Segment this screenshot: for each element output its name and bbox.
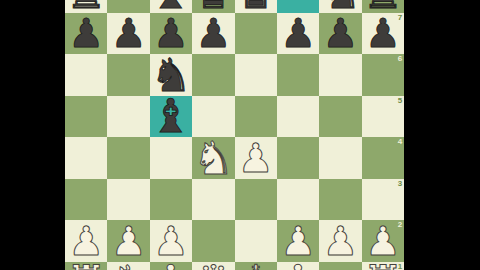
square-g7[interactable]: ♟ <box>319 13 361 55</box>
letterbox-right <box>404 0 480 270</box>
square-e5[interactable] <box>235 96 277 138</box>
black-pawn[interactable]: ♟ <box>68 13 104 53</box>
square-h1[interactable]: ♜1 <box>362 262 404 270</box>
square-a6[interactable] <box>65 54 107 96</box>
letterbox-left <box>0 0 65 270</box>
rank-label-3: 3 <box>398 180 402 188</box>
square-f3[interactable] <box>277 179 319 221</box>
square-a3[interactable] <box>65 179 107 221</box>
black-bishop[interactable]: ♝ <box>150 93 191 139</box>
square-h5[interactable]: 5 <box>362 96 404 138</box>
black-pawn[interactable]: ♟ <box>365 13 401 53</box>
square-h3[interactable]: 3 <box>362 179 404 221</box>
square-d6[interactable] <box>192 54 234 96</box>
white-pawn[interactable]: ♟ <box>238 138 274 178</box>
square-f6[interactable] <box>277 54 319 96</box>
square-a4[interactable] <box>65 137 107 179</box>
square-g4[interactable] <box>319 137 361 179</box>
black-pawn[interactable]: ♟ <box>280 13 316 53</box>
white-pawn[interactable]: ♟ <box>323 221 359 261</box>
square-f1[interactable]: ♝ <box>277 262 319 270</box>
square-c3[interactable] <box>150 179 192 221</box>
square-b3[interactable] <box>107 179 149 221</box>
white-bishop[interactable]: ♝ <box>278 259 319 270</box>
square-d7[interactable]: ♟ <box>192 13 234 55</box>
rank-label-6: 6 <box>398 55 402 63</box>
square-g1[interactable] <box>319 262 361 270</box>
rank-label-7: 7 <box>398 14 402 22</box>
square-d3[interactable] <box>192 179 234 221</box>
square-f4[interactable] <box>277 137 319 179</box>
square-a5[interactable] <box>65 96 107 138</box>
square-b1[interactable]: ♞ <box>107 262 149 270</box>
white-queen[interactable]: ♛ <box>193 259 234 270</box>
square-d4[interactable]: ♞ <box>192 137 234 179</box>
black-pawn[interactable]: ♟ <box>323 13 359 53</box>
white-bishop[interactable]: ♝ <box>150 259 191 270</box>
rank-label-1: 1 <box>398 263 402 270</box>
white-rook[interactable]: ♜ <box>66 259 107 270</box>
square-c4[interactable] <box>150 137 192 179</box>
white-knight[interactable]: ♞ <box>193 135 234 181</box>
square-b7[interactable]: ♟ <box>107 13 149 55</box>
square-d1[interactable]: ♛ <box>192 262 234 270</box>
square-g2[interactable]: ♟ <box>319 220 361 262</box>
square-e1[interactable]: ♚ <box>235 262 277 270</box>
square-h6[interactable]: 6 <box>362 54 404 96</box>
square-c1[interactable]: ♝ <box>150 262 192 270</box>
square-b5[interactable] <box>107 96 149 138</box>
square-g3[interactable] <box>319 179 361 221</box>
square-f5[interactable] <box>277 96 319 138</box>
square-a1[interactable]: ♜ <box>65 262 107 270</box>
black-pawn[interactable]: ♟ <box>195 13 231 53</box>
square-g6[interactable] <box>319 54 361 96</box>
white-knight[interactable]: ♞ <box>108 259 149 270</box>
square-f7[interactable]: ♟ <box>277 13 319 55</box>
chess-app: ♜♝♛♚♞♜♟♟♟♟♟♟♟7♞6♝5♞♟43♟♟♟♟♟♟2♜♞♝♛♚♝♜1 <box>0 0 480 270</box>
square-b4[interactable] <box>107 137 149 179</box>
rank-label-4: 4 <box>398 138 402 146</box>
square-e3[interactable] <box>235 179 277 221</box>
rank-label-2: 2 <box>398 221 402 229</box>
square-g5[interactable] <box>319 96 361 138</box>
square-a7[interactable]: ♟ <box>65 13 107 55</box>
square-c5[interactable]: ♝ <box>150 96 192 138</box>
black-pawn[interactable]: ♟ <box>111 13 147 53</box>
square-e8[interactable]: ♚ <box>235 0 277 13</box>
square-e7[interactable] <box>235 13 277 55</box>
chess-board[interactable]: ♜♝♛♚♞♜♟♟♟♟♟♟♟7♞6♝5♞♟43♟♟♟♟♟♟2♜♞♝♛♚♝♜1 <box>65 0 404 270</box>
square-h7[interactable]: ♟7 <box>362 13 404 55</box>
square-h4[interactable]: 4 <box>362 137 404 179</box>
square-b6[interactable] <box>107 54 149 96</box>
square-e6[interactable] <box>235 54 277 96</box>
square-e4[interactable]: ♟ <box>235 137 277 179</box>
rank-label-5: 5 <box>398 97 402 105</box>
white-king[interactable]: ♚ <box>235 259 276 270</box>
